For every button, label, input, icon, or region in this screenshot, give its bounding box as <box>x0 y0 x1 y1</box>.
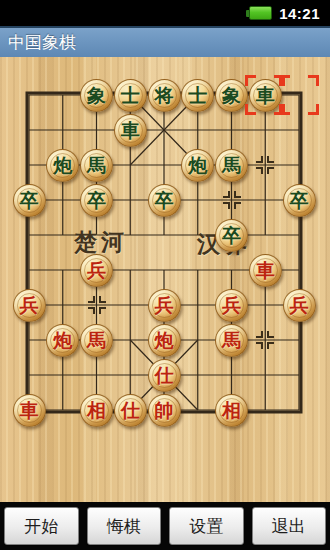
piece-red-兵[interactable]: 兵 <box>13 289 46 322</box>
piece-black-象[interactable]: 象 <box>80 79 113 112</box>
status-bar: 14:21 <box>0 0 330 26</box>
piece-black-卒[interactable]: 卒 <box>283 184 316 217</box>
position-marker-icon <box>256 156 274 174</box>
piece-glyph: 帥 <box>155 401 174 420</box>
piece-red-相[interactable]: 相 <box>215 394 248 427</box>
piece-red-仕[interactable]: 仕 <box>148 359 181 392</box>
piece-black-炮[interactable]: 炮 <box>46 149 79 182</box>
piece-glyph: 象 <box>87 86 106 105</box>
piece-glyph: 相 <box>222 401 241 420</box>
exit-button[interactable]: 退出 <box>252 507 327 545</box>
piece-red-兵[interactable]: 兵 <box>148 289 181 322</box>
piece-red-炮[interactable]: 炮 <box>148 324 181 357</box>
piece-black-卒[interactable]: 卒 <box>13 184 46 217</box>
piece-red-炮[interactable]: 炮 <box>46 324 79 357</box>
piece-red-馬[interactable]: 馬 <box>215 324 248 357</box>
piece-red-車[interactable]: 車 <box>13 394 46 427</box>
piece-red-兵[interactable]: 兵 <box>283 289 316 322</box>
piece-glyph: 仕 <box>121 401 140 420</box>
piece-glyph: 将 <box>155 86 174 105</box>
piece-glyph: 卒 <box>87 191 106 210</box>
bottom-toolbar: 开始 悔棋 设置 退出 <box>0 502 330 550</box>
piece-red-仕[interactable]: 仕 <box>114 394 147 427</box>
piece-black-士[interactable]: 士 <box>114 79 147 112</box>
position-marker-icon <box>223 191 241 209</box>
battery-icon <box>246 6 272 20</box>
piece-red-相[interactable]: 相 <box>80 394 113 427</box>
piece-glyph: 馬 <box>222 331 241 350</box>
piece-black-馬[interactable]: 馬 <box>80 149 113 182</box>
piece-black-象[interactable]: 象 <box>215 79 248 112</box>
piece-glyph: 士 <box>188 86 207 105</box>
piece-glyph: 馬 <box>87 156 106 175</box>
settings-button[interactable]: 设置 <box>169 507 244 545</box>
clock-time: 14:21 <box>279 5 320 22</box>
piece-glyph: 兵 <box>87 261 106 280</box>
river-label-left: 楚河 <box>74 227 128 258</box>
piece-black-炮[interactable]: 炮 <box>181 149 214 182</box>
piece-glyph: 兵 <box>20 296 39 315</box>
start-button[interactable]: 开始 <box>4 507 79 545</box>
piece-black-卒[interactable]: 卒 <box>80 184 113 217</box>
app-title: 中国象棋 <box>8 31 76 54</box>
piece-glyph: 象 <box>222 86 241 105</box>
board-grid-lines <box>0 57 330 502</box>
last-move-marker-to <box>245 75 285 115</box>
piece-black-馬[interactable]: 馬 <box>215 149 248 182</box>
piece-glyph: 炮 <box>155 331 174 350</box>
piece-black-将[interactable]: 将 <box>148 79 181 112</box>
piece-red-帥[interactable]: 帥 <box>148 394 181 427</box>
piece-glyph: 馬 <box>222 156 241 175</box>
piece-glyph: 炮 <box>53 156 72 175</box>
battery-level <box>249 6 272 20</box>
piece-glyph: 卒 <box>20 191 39 210</box>
piece-red-兵[interactable]: 兵 <box>215 289 248 322</box>
piece-glyph: 相 <box>87 401 106 420</box>
xiangqi-board[interactable]: 楚河 汉界 象士将士象車車炮馬炮馬卒卒卒卒卒兵車兵兵兵兵炮馬炮馬仕車相仕帥相 <box>0 57 330 502</box>
piece-glyph: 馬 <box>87 331 106 350</box>
title-bar: 中国象棋 <box>0 26 330 57</box>
undo-move-button[interactable]: 悔棋 <box>87 507 162 545</box>
piece-red-馬[interactable]: 馬 <box>80 324 113 357</box>
piece-glyph: 車 <box>121 121 140 140</box>
position-marker-icon <box>88 296 106 314</box>
position-marker-icon <box>256 331 274 349</box>
piece-red-車[interactable]: 車 <box>249 254 282 287</box>
piece-glyph: 車 <box>20 401 39 420</box>
app-screen: 14:21 中国象棋 楚河 汉界 象士将士象車車炮馬炮馬卒卒卒卒卒兵車兵兵兵兵炮… <box>0 0 330 550</box>
piece-black-士[interactable]: 士 <box>181 79 214 112</box>
piece-glyph: 卒 <box>222 226 241 245</box>
piece-glyph: 士 <box>121 86 140 105</box>
piece-glyph: 車 <box>256 261 275 280</box>
piece-glyph: 兵 <box>222 296 241 315</box>
piece-red-兵[interactable]: 兵 <box>80 254 113 287</box>
piece-glyph: 卒 <box>155 191 174 210</box>
piece-glyph: 炮 <box>188 156 207 175</box>
piece-glyph: 卒 <box>290 191 309 210</box>
piece-black-卒[interactable]: 卒 <box>215 219 248 252</box>
piece-glyph: 兵 <box>155 296 174 315</box>
piece-glyph: 仕 <box>155 366 174 385</box>
piece-glyph: 炮 <box>53 331 72 350</box>
piece-black-車[interactable]: 車 <box>114 114 147 147</box>
piece-black-卒[interactable]: 卒 <box>148 184 181 217</box>
piece-glyph: 兵 <box>290 296 309 315</box>
